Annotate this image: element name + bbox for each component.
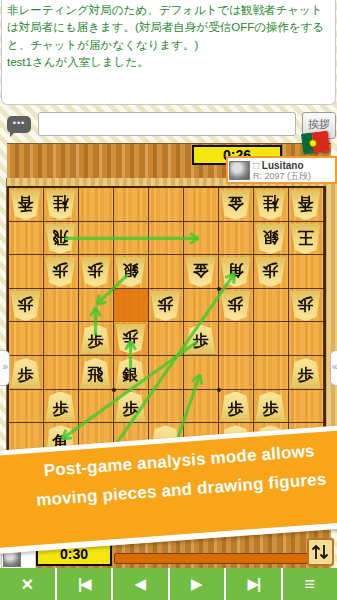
close-button[interactable]: × bbox=[0, 568, 55, 600]
piece-bishop-3c[interactable]: 角 bbox=[220, 257, 251, 287]
chat-input[interactable] bbox=[38, 112, 296, 136]
piece-kanji: 歩 bbox=[80, 324, 111, 357]
piece-rook-7f[interactable]: 飛 bbox=[80, 358, 111, 388]
piece-gold-4c[interactable]: 金 bbox=[185, 257, 216, 287]
piece-kanji: 金 bbox=[220, 187, 251, 220]
star-point bbox=[217, 287, 221, 291]
piece-pawn-5d[interactable]: 歩 bbox=[150, 291, 181, 321]
piece-kanji: 桂 bbox=[255, 187, 286, 220]
piece-kanji: 歩 bbox=[115, 392, 146, 425]
piece-pawn-2g[interactable]: 歩 bbox=[255, 392, 286, 422]
last-move-highlight-6d bbox=[114, 289, 148, 322]
piece-pawn-4e[interactable]: 歩 bbox=[185, 324, 216, 354]
piece-kanji: 歩 bbox=[10, 358, 41, 391]
piece-kanji: 歩 bbox=[150, 288, 181, 321]
piece-knight-2a[interactable]: 桂 bbox=[255, 190, 286, 220]
piece-pawn-2c[interactable]: 歩 bbox=[255, 257, 286, 287]
star-point bbox=[112, 388, 116, 392]
piece-gold-3a[interactable]: 金 bbox=[220, 190, 251, 220]
star-point bbox=[217, 388, 221, 392]
shogi-app-screen: { "game": "shogi", "chat": { "lines": [ … bbox=[0, 0, 337, 600]
piece-knight-8a[interactable]: 桂 bbox=[45, 190, 76, 220]
piece-kanji: 飛 bbox=[80, 358, 111, 391]
left-panel-handle[interactable]: » bbox=[0, 350, 10, 386]
piece-kanji: 歩 bbox=[255, 392, 286, 425]
opponent-name: □ Lusitano bbox=[253, 160, 311, 171]
chat-message: test1さんが入室しました。 bbox=[7, 54, 330, 71]
name-checkbox[interactable]: □ bbox=[253, 160, 259, 171]
piece-silver-6f[interactable]: 銀 bbox=[115, 358, 146, 388]
piece-kanji: 歩 bbox=[80, 254, 111, 287]
piece-kanji: 銀 bbox=[115, 254, 146, 287]
piece-pawn-6g[interactable]: 歩 bbox=[115, 392, 146, 422]
opponent-info-box[interactable]: □ Lusitano R: 2097 (五段) bbox=[226, 156, 337, 184]
piece-kanji: 歩 bbox=[45, 254, 76, 287]
piece-kanji: 桂 bbox=[45, 187, 76, 220]
prev-move-button[interactable]: ◀ bbox=[113, 568, 168, 600]
piece-kanji: 歩 bbox=[255, 254, 286, 287]
piece-pawn-3g[interactable]: 歩 bbox=[220, 392, 251, 422]
piece-kanji: 銀 bbox=[255, 221, 286, 254]
piece-pawn-7e[interactable]: 歩 bbox=[80, 324, 111, 354]
piece-pawn-8g[interactable]: 歩 bbox=[45, 392, 76, 422]
spectator-chat-log: 非レーティング対局のため、デフォルトでは観戦者チャットは対局者にも届きます。(対… bbox=[1, 0, 336, 105]
piece-kanji: 歩 bbox=[220, 288, 251, 321]
piece-lance-1a[interactable]: 香 bbox=[290, 190, 321, 220]
piece-kanji: 歩 bbox=[220, 392, 251, 425]
piece-kanji: 王 bbox=[290, 221, 321, 254]
piece-kanji: 香 bbox=[290, 187, 321, 220]
piece-kanji: 歩 bbox=[290, 358, 321, 391]
menu-button[interactable]: ≡ bbox=[283, 568, 337, 600]
opponent-rating: R: 2097 (五段) bbox=[253, 171, 311, 181]
piece-pawn-1f[interactable]: 歩 bbox=[290, 358, 321, 388]
piece-kanji: 金 bbox=[185, 254, 216, 287]
piece-kanji: 歩 bbox=[290, 288, 321, 321]
piece-pawn-7c[interactable]: 歩 bbox=[80, 257, 111, 287]
piece-rook-8b[interactable]: 飛 bbox=[45, 224, 76, 254]
piece-pawn-3d[interactable]: 歩 bbox=[220, 291, 251, 321]
piece-pawn-8c[interactable]: 歩 bbox=[45, 257, 76, 287]
piece-kanji: 歩 bbox=[115, 321, 146, 354]
replay-nav-bar: ×|◀◀▶▶|≡ bbox=[0, 568, 337, 600]
piece-kanji: 角 bbox=[220, 254, 251, 287]
piece-kanji: 歩 bbox=[10, 288, 41, 321]
piece-silver-6c[interactable]: 銀 bbox=[115, 257, 146, 287]
time-progress-bar bbox=[114, 553, 308, 564]
piece-silver-2b[interactable]: 銀 bbox=[255, 224, 286, 254]
skip-to-end-button[interactable]: ▶| bbox=[226, 568, 281, 600]
chat-bubble-icon: ••• bbox=[7, 116, 31, 133]
portugal-flag-icon bbox=[301, 130, 330, 154]
chat-message: 非レーティング対局のため、デフォルトでは観戦者チャットは対局者にも届きます。(対… bbox=[7, 2, 330, 54]
piece-kanji: 歩 bbox=[185, 324, 216, 357]
piece-kanji: 歩 bbox=[45, 392, 76, 425]
piece-pawn-9f[interactable]: 歩 bbox=[10, 358, 41, 388]
flip-board-icon[interactable] bbox=[307, 538, 334, 566]
right-panel-handle[interactable]: « bbox=[330, 350, 337, 386]
opponent-avatar bbox=[229, 161, 250, 180]
piece-pawn-6e[interactable]: 歩 bbox=[115, 324, 146, 354]
piece-king-1b[interactable]: 王 bbox=[290, 224, 321, 254]
next-move-button[interactable]: ▶ bbox=[170, 568, 225, 600]
piece-pawn-1d[interactable]: 歩 bbox=[290, 291, 321, 321]
piece-kanji: 香 bbox=[10, 187, 41, 220]
piece-kanji: 銀 bbox=[115, 358, 146, 391]
piece-lance-9a[interactable]: 香 bbox=[10, 190, 41, 220]
skip-to-start-button[interactable]: |◀ bbox=[57, 568, 112, 600]
piece-kanji: 飛 bbox=[45, 221, 76, 254]
piece-pawn-9d[interactable]: 歩 bbox=[10, 291, 41, 321]
